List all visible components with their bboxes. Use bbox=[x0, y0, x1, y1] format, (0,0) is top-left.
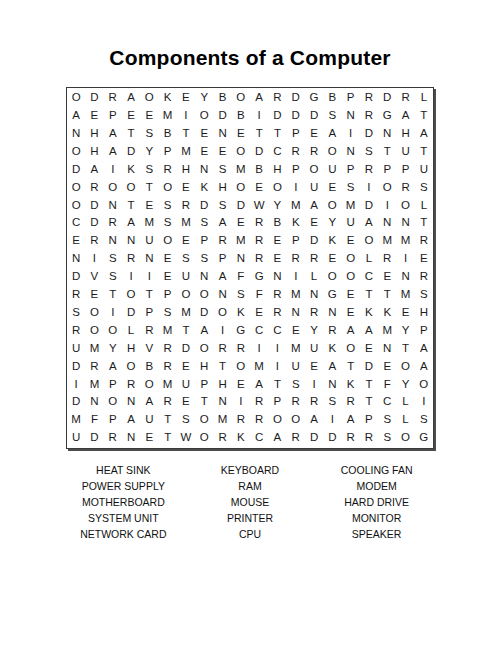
word-search-grid: ODRAOKEYBOARDGBPRDRLAEPEEMIODBIDDDSNRGAT… bbox=[67, 88, 433, 448]
grid-cell-r12-c3: T bbox=[104, 286, 122, 304]
grid-cell-r9-c5: U bbox=[140, 232, 158, 250]
grid-cell-r14-c8: A bbox=[195, 322, 213, 340]
grid-cell-r16-c4: O bbox=[122, 357, 140, 375]
grid-cell-r17-c5: O bbox=[140, 375, 158, 393]
grid-cell-r1-c16: P bbox=[341, 89, 359, 107]
grid-cell-r17-c10: E bbox=[232, 375, 250, 393]
grid-cell-r19-c15: I bbox=[323, 411, 341, 429]
grid-cell-r10-c5: N bbox=[140, 250, 158, 268]
grid-cell-r20-c6: T bbox=[158, 429, 176, 447]
grid-cell-r14-c5: R bbox=[140, 322, 158, 340]
grid-cell-r9-c20: R bbox=[415, 232, 433, 250]
grid-cell-r7-c9: S bbox=[213, 196, 231, 214]
grid-cell-r8-c5: M bbox=[140, 214, 158, 232]
grid-cell-r19-c14: A bbox=[305, 411, 323, 429]
grid-cell-r15-c7: D bbox=[177, 340, 195, 358]
grid-cell-r3-c13: P bbox=[287, 125, 305, 143]
grid-cell-r1-c3: R bbox=[104, 89, 122, 107]
grid-cell-r17-c11: A bbox=[250, 375, 268, 393]
grid-cell-r1-c1: O bbox=[67, 89, 85, 107]
grid-cell-r10-c8: S bbox=[195, 250, 213, 268]
grid-cell-r8-c3: R bbox=[104, 214, 122, 232]
grid-cell-r5-c20: U bbox=[415, 161, 433, 179]
grid-cell-r19-c19: L bbox=[396, 411, 414, 429]
grid-cell-r13-c10: K bbox=[232, 304, 250, 322]
grid-cell-r7-c8: D bbox=[195, 196, 213, 214]
grid-cell-r6-c18: O bbox=[378, 178, 396, 196]
grid-cell-r8-c11: R bbox=[250, 214, 268, 232]
grid-cell-r5-c15: U bbox=[323, 161, 341, 179]
grid-cell-r12-c1: R bbox=[67, 286, 85, 304]
grid-cell-r17-c8: P bbox=[195, 375, 213, 393]
word-item: SYSTEM UNIT bbox=[60, 510, 187, 526]
grid-cell-r16-c14: E bbox=[305, 357, 323, 375]
grid-cell-r20-c10: K bbox=[232, 429, 250, 447]
grid-cell-r12-c7: O bbox=[177, 286, 195, 304]
grid-cell-r16-c19: O bbox=[396, 357, 414, 375]
grid-cell-r10-c7: S bbox=[177, 250, 195, 268]
grid-cell-r8-c7: M bbox=[177, 214, 195, 232]
grid-cell-r13-c4: D bbox=[122, 304, 140, 322]
grid-cell-r6-c8: K bbox=[195, 178, 213, 196]
grid-cell-r7-c18: I bbox=[378, 196, 396, 214]
grid-cell-r3-c20: A bbox=[415, 125, 433, 143]
puzzle-title: Components of a Computer bbox=[0, 0, 500, 70]
grid-cell-r20-c15: D bbox=[323, 429, 341, 447]
grid-cell-r5-c18: P bbox=[378, 161, 396, 179]
grid-cell-r2-c15: S bbox=[323, 107, 341, 125]
grid-cell-r8-c12: B bbox=[268, 214, 286, 232]
grid-cell-r8-c19: N bbox=[396, 214, 414, 232]
grid-cell-r2-c10: B bbox=[232, 107, 250, 125]
word-item: SPEAKER bbox=[313, 526, 440, 542]
grid-cell-r7-c20: L bbox=[415, 196, 433, 214]
grid-cell-r12-c9: N bbox=[213, 286, 231, 304]
grid-cell-r18-c1: D bbox=[67, 393, 85, 411]
grid-cell-r11-c5: I bbox=[140, 268, 158, 286]
grid-cell-r18-c9: N bbox=[213, 393, 231, 411]
grid-cell-r2-c12: D bbox=[268, 107, 286, 125]
grid-cell-r17-c18: F bbox=[378, 375, 396, 393]
grid-cell-r1-c20: L bbox=[415, 89, 433, 107]
grid-cell-r7-c3: N bbox=[104, 196, 122, 214]
word-item: NETWORK CARD bbox=[60, 526, 187, 542]
grid-cell-r3-c5: S bbox=[140, 125, 158, 143]
grid-cell-r10-c15: E bbox=[323, 250, 341, 268]
grid-cell-r13-c7: M bbox=[177, 304, 195, 322]
grid-cell-r10-c13: R bbox=[287, 250, 305, 268]
grid-cell-r9-c11: R bbox=[250, 232, 268, 250]
grid-cell-r14-c13: E bbox=[287, 322, 305, 340]
grid-cell-r10-c9: P bbox=[213, 250, 231, 268]
grid-cell-r3-c8: E bbox=[195, 125, 213, 143]
grid-cell-r15-c2: M bbox=[85, 340, 103, 358]
grid-cell-r7-c15: O bbox=[323, 196, 341, 214]
grid-cell-r9-c1: E bbox=[67, 232, 85, 250]
grid-cell-r2-c3: P bbox=[104, 107, 122, 125]
grid-cell-r15-c10: R bbox=[232, 340, 250, 358]
grid-cell-r13-c18: K bbox=[378, 304, 396, 322]
grid-cell-r3-c11: T bbox=[250, 125, 268, 143]
grid-cell-r11-c11: G bbox=[250, 268, 268, 286]
grid-cell-r6-c11: E bbox=[250, 178, 268, 196]
grid-cell-r12-c13: M bbox=[287, 286, 305, 304]
grid-cell-r14-c2: O bbox=[85, 322, 103, 340]
word-item: MONITOR bbox=[313, 510, 440, 526]
grid-cell-r5-c8: N bbox=[195, 161, 213, 179]
grid-cell-r4-c15: O bbox=[323, 143, 341, 161]
grid-cell-r7-c7: R bbox=[177, 196, 195, 214]
grid-cell-r7-c12: Y bbox=[268, 196, 286, 214]
grid-cell-r13-c6: S bbox=[158, 304, 176, 322]
grid-cell-r2-c6: M bbox=[158, 107, 176, 125]
grid-cell-r1-c5: O bbox=[140, 89, 158, 107]
grid-cell-r14-c10: G bbox=[232, 322, 250, 340]
grid-cell-r7-c5: E bbox=[140, 196, 158, 214]
grid-cell-r19-c6: T bbox=[158, 411, 176, 429]
grid-cell-r4-c9: E bbox=[213, 143, 231, 161]
grid-cell-r5-c13: P bbox=[287, 161, 305, 179]
grid-cell-r14-c11: C bbox=[250, 322, 268, 340]
grid-cell-r14-c3: O bbox=[104, 322, 122, 340]
grid-cell-r6-c4: O bbox=[122, 178, 140, 196]
word-item: POWER SUPPLY bbox=[60, 478, 187, 494]
grid-cell-r9-c13: P bbox=[287, 232, 305, 250]
grid-cell-r14-c17: A bbox=[360, 322, 378, 340]
grid-cell-r16-c2: R bbox=[85, 357, 103, 375]
grid-cell-r16-c11: M bbox=[250, 357, 268, 375]
grid-cell-r13-c16: E bbox=[341, 304, 359, 322]
word-item: HARD DRIVE bbox=[313, 494, 440, 510]
grid-cell-r17-c14: I bbox=[305, 375, 323, 393]
grid-cell-r10-c18: R bbox=[378, 250, 396, 268]
grid-cell-r16-c6: R bbox=[158, 357, 176, 375]
grid-cell-r18-c13: R bbox=[287, 393, 305, 411]
grid-cell-r6-c7: E bbox=[177, 178, 195, 196]
grid-cell-r3-c19: H bbox=[396, 125, 414, 143]
grid-cell-r18-c14: R bbox=[305, 393, 323, 411]
grid-cell-r20-c5: E bbox=[140, 429, 158, 447]
grid-cell-r11-c19: N bbox=[396, 268, 414, 286]
grid-cell-r4-c4: D bbox=[122, 143, 140, 161]
grid-cell-r6-c19: R bbox=[396, 178, 414, 196]
grid-cell-r3-c2: H bbox=[85, 125, 103, 143]
grid-cell-r15-c3: Y bbox=[104, 340, 122, 358]
grid-cell-r3-c16: I bbox=[341, 125, 359, 143]
grid-cell-r10-c1: N bbox=[67, 250, 85, 268]
grid-cell-r13-c3: I bbox=[104, 304, 122, 322]
grid-cell-r19-c17: P bbox=[360, 411, 378, 429]
grid-cell-r18-c18: C bbox=[378, 393, 396, 411]
grid-cell-r12-c18: T bbox=[378, 286, 396, 304]
grid-cell-r17-c16: K bbox=[341, 375, 359, 393]
grid-cell-r13-c15: N bbox=[323, 304, 341, 322]
grid-cell-r11-c12: N bbox=[268, 268, 286, 286]
grid-cell-r6-c14: U bbox=[305, 178, 323, 196]
grid-cell-r19-c4: A bbox=[122, 411, 140, 429]
grid-cell-r19-c13: O bbox=[287, 411, 305, 429]
grid-cell-r2-c20: T bbox=[415, 107, 433, 125]
grid-cell-r3-c3: A bbox=[104, 125, 122, 143]
grid-cell-r10-c11: R bbox=[250, 250, 268, 268]
grid-cell-r12-c19: M bbox=[396, 286, 414, 304]
grid-cell-r15-c14: U bbox=[305, 340, 323, 358]
grid-cell-r7-c16: M bbox=[341, 196, 359, 214]
word-item: MODEM bbox=[313, 478, 440, 494]
grid-cell-r5-c19: P bbox=[396, 161, 414, 179]
grid-cell-r1-c6: K bbox=[158, 89, 176, 107]
grid-cell-r19-c7: S bbox=[177, 411, 195, 429]
grid-cell-r4-c10: O bbox=[232, 143, 250, 161]
grid-cell-r7-c2: D bbox=[85, 196, 103, 214]
grid-cell-r1-c7: E bbox=[177, 89, 195, 107]
grid-cell-r4-c19: U bbox=[396, 143, 414, 161]
grid-cell-r8-c6: S bbox=[158, 214, 176, 232]
grid-cell-r14-c19: Y bbox=[396, 322, 414, 340]
grid-cell-r6-c15: E bbox=[323, 178, 341, 196]
grid-cell-r15-c19: T bbox=[396, 340, 414, 358]
grid-cell-r3-c18: N bbox=[378, 125, 396, 143]
grid-cell-r6-c20: S bbox=[415, 178, 433, 196]
grid-cell-r2-c8: O bbox=[195, 107, 213, 125]
grid-cell-r16-c16: T bbox=[341, 357, 359, 375]
grid-cell-r14-c9: I bbox=[213, 322, 231, 340]
word-item: COOLING FAN bbox=[313, 462, 440, 478]
grid-cell-r20-c16: R bbox=[341, 429, 359, 447]
grid-cell-r3-c9: N bbox=[213, 125, 231, 143]
grid-cell-r3-c12: T bbox=[268, 125, 286, 143]
grid-cell-r17-c15: N bbox=[323, 375, 341, 393]
grid-cell-r1-c11: A bbox=[250, 89, 268, 107]
grid-cell-r17-c1: I bbox=[67, 375, 85, 393]
grid-cell-r8-c18: N bbox=[378, 214, 396, 232]
grid-cell-r15-c15: K bbox=[323, 340, 341, 358]
grid-cell-r8-c16: U bbox=[341, 214, 359, 232]
grid-cell-r15-c6: R bbox=[158, 340, 176, 358]
grid-cell-r15-c16: O bbox=[341, 340, 359, 358]
grid-cell-r9-c18: M bbox=[378, 232, 396, 250]
grid-cell-r20-c12: A bbox=[268, 429, 286, 447]
word-item: CPU bbox=[187, 526, 314, 542]
grid-cell-r18-c11: R bbox=[250, 393, 268, 411]
word-search-board: ODRAOKEYBOARDGBPRDRLAEPEEMIODBIDDDSNRGAT… bbox=[66, 87, 434, 449]
grid-cell-r1-c12: R bbox=[268, 89, 286, 107]
grid-cell-r2-c13: D bbox=[287, 107, 305, 125]
grid-cell-r11-c3: S bbox=[104, 268, 122, 286]
grid-cell-r2-c1: A bbox=[67, 107, 85, 125]
grid-cell-r13-c19: E bbox=[396, 304, 414, 322]
grid-cell-r20-c2: D bbox=[85, 429, 103, 447]
grid-cell-r15-c9: R bbox=[213, 340, 231, 358]
grid-cell-r15-c8: O bbox=[195, 340, 213, 358]
grid-cell-r3-c17: D bbox=[360, 125, 378, 143]
grid-cell-r15-c1: U bbox=[67, 340, 85, 358]
grid-cell-r11-c20: R bbox=[415, 268, 433, 286]
grid-cell-r18-c16: R bbox=[341, 393, 359, 411]
grid-cell-r3-c15: A bbox=[323, 125, 341, 143]
grid-cell-r11-c15: O bbox=[323, 268, 341, 286]
grid-cell-r18-c17: T bbox=[360, 393, 378, 411]
grid-cell-r18-c4: N bbox=[122, 393, 140, 411]
grid-cell-r2-c16: N bbox=[341, 107, 359, 125]
grid-cell-r1-c9: B bbox=[213, 89, 231, 107]
grid-cell-r4-c2: H bbox=[85, 143, 103, 161]
grid-cell-r8-c20: T bbox=[415, 214, 433, 232]
grid-cell-r16-c9: T bbox=[213, 357, 231, 375]
grid-cell-r12-c8: O bbox=[195, 286, 213, 304]
grid-cell-r18-c5: A bbox=[140, 393, 158, 411]
grid-cell-r17-c6: M bbox=[158, 375, 176, 393]
grid-cell-r20-c8: O bbox=[195, 429, 213, 447]
grid-cell-r7-c10: D bbox=[232, 196, 250, 214]
grid-cell-r9-c9: R bbox=[213, 232, 231, 250]
grid-cell-r17-c20: O bbox=[415, 375, 433, 393]
grid-cell-r3-c14: E bbox=[305, 125, 323, 143]
word-item: HEAT SINK bbox=[60, 462, 187, 478]
grid-cell-r12-c5: T bbox=[140, 286, 158, 304]
grid-cell-r6-c17: I bbox=[360, 178, 378, 196]
grid-cell-r9-c6: O bbox=[158, 232, 176, 250]
grid-cell-r8-c1: C bbox=[67, 214, 85, 232]
grid-cell-r18-c7: E bbox=[177, 393, 195, 411]
grid-cell-r19-c8: O bbox=[195, 411, 213, 429]
grid-cell-r5-c10: M bbox=[232, 161, 250, 179]
grid-cell-r4-c16: N bbox=[341, 143, 359, 161]
grid-cell-r18-c3: O bbox=[104, 393, 122, 411]
grid-cell-r4-c13: R bbox=[287, 143, 305, 161]
grid-cell-r2-c17: R bbox=[360, 107, 378, 125]
grid-cell-r10-c12: E bbox=[268, 250, 286, 268]
grid-cell-r12-c10: S bbox=[232, 286, 250, 304]
grid-cell-r2-c19: A bbox=[396, 107, 414, 125]
grid-cell-r8-c17: A bbox=[360, 214, 378, 232]
grid-cell-r10-c2: I bbox=[85, 250, 103, 268]
grid-cell-r18-c10: I bbox=[232, 393, 250, 411]
grid-cell-r1-c14: G bbox=[305, 89, 323, 107]
grid-cell-r9-c14: D bbox=[305, 232, 323, 250]
grid-cell-r20-c11: C bbox=[250, 429, 268, 447]
word-item: KEYBOARD bbox=[187, 462, 314, 478]
grid-cell-r5-c2: A bbox=[85, 161, 103, 179]
worksheet-page: Components of a Computer ODRAOKEYBOARDGB… bbox=[0, 0, 500, 647]
grid-cell-r6-c2: R bbox=[85, 178, 103, 196]
grid-cell-r16-c10: O bbox=[232, 357, 250, 375]
grid-cell-r1-c2: D bbox=[85, 89, 103, 107]
grid-cell-r18-c2: N bbox=[85, 393, 103, 411]
grid-cell-r2-c5: E bbox=[140, 107, 158, 125]
grid-cell-r11-c7: U bbox=[177, 268, 195, 286]
word-item: MOUSE bbox=[187, 494, 314, 510]
grid-cell-r6-c6: O bbox=[158, 178, 176, 196]
grid-cell-r14-c16: A bbox=[341, 322, 359, 340]
grid-cell-r13-c11: E bbox=[250, 304, 268, 322]
grid-cell-r19-c12: O bbox=[268, 411, 286, 429]
grid-cell-r19-c16: A bbox=[341, 411, 359, 429]
grid-cell-r16-c3: A bbox=[104, 357, 122, 375]
grid-cell-r5-c5: S bbox=[140, 161, 158, 179]
grid-cell-r18-c20: I bbox=[415, 393, 433, 411]
grid-cell-r6-c10: O bbox=[232, 178, 250, 196]
grid-cell-r5-c12: H bbox=[268, 161, 286, 179]
grid-cell-r5-c1: D bbox=[67, 161, 85, 179]
grid-cell-r20-c18: S bbox=[378, 429, 396, 447]
grid-cell-r9-c19: M bbox=[396, 232, 414, 250]
grid-cell-r6-c5: T bbox=[140, 178, 158, 196]
grid-cell-r4-c1: O bbox=[67, 143, 85, 161]
grid-cell-r17-c2: M bbox=[85, 375, 103, 393]
grid-cell-r14-c7: T bbox=[177, 322, 195, 340]
grid-cell-r15-c13: M bbox=[287, 340, 305, 358]
grid-cell-r9-c17: O bbox=[360, 232, 378, 250]
grid-cell-r10-c16: O bbox=[341, 250, 359, 268]
grid-cell-r2-c14: D bbox=[305, 107, 323, 125]
grid-cell-r13-c17: K bbox=[360, 304, 378, 322]
grid-cell-r19-c18: S bbox=[378, 411, 396, 429]
word-list-column-1: HEAT SINKPOWER SUPPLYMOTHERBOARDSYSTEM U… bbox=[60, 462, 187, 542]
grid-cell-r18-c19: L bbox=[396, 393, 414, 411]
grid-cell-r17-c19: Y bbox=[396, 375, 414, 393]
word-list-column-3: COOLING FANMODEMHARD DRIVEMONITORSPEAKER bbox=[313, 462, 440, 542]
grid-cell-r8-c9: A bbox=[213, 214, 231, 232]
word-item: MOTHERBOARD bbox=[60, 494, 187, 510]
word-list-column-2: KEYBOARDRAMMOUSEPRINTERCPU bbox=[187, 462, 314, 542]
grid-cell-r12-c15: G bbox=[323, 286, 341, 304]
grid-cell-r14-c4: L bbox=[122, 322, 140, 340]
grid-cell-r1-c13: D bbox=[287, 89, 305, 107]
word-item: PRINTER bbox=[187, 510, 314, 526]
grid-cell-r11-c17: C bbox=[360, 268, 378, 286]
grid-cell-r10-c19: I bbox=[396, 250, 414, 268]
grid-cell-r6-c16: S bbox=[341, 178, 359, 196]
grid-cell-r7-c19: O bbox=[396, 196, 414, 214]
grid-cell-r10-c10: N bbox=[232, 250, 250, 268]
grid-cell-r4-c17: S bbox=[360, 143, 378, 161]
grid-cell-r3-c6: B bbox=[158, 125, 176, 143]
grid-cell-r8-c8: S bbox=[195, 214, 213, 232]
grid-cell-r19-c5: U bbox=[140, 411, 158, 429]
grid-cell-r15-c17: E bbox=[360, 340, 378, 358]
grid-cell-r5-c3: I bbox=[104, 161, 122, 179]
grid-cell-r3-c4: T bbox=[122, 125, 140, 143]
grid-cell-r1-c15: B bbox=[323, 89, 341, 107]
grid-cell-r13-c8: D bbox=[195, 304, 213, 322]
grid-cell-r4-c7: M bbox=[177, 143, 195, 161]
grid-cell-r4-c18: T bbox=[378, 143, 396, 161]
grid-cell-r7-c14: A bbox=[305, 196, 323, 214]
grid-cell-r16-c18: E bbox=[378, 357, 396, 375]
grid-cell-r19-c2: F bbox=[85, 411, 103, 429]
grid-cell-r3-c1: N bbox=[67, 125, 85, 143]
grid-cell-r2-c7: I bbox=[177, 107, 195, 125]
grid-cell-r20-c19: O bbox=[396, 429, 414, 447]
grid-cell-r13-c9: O bbox=[213, 304, 231, 322]
grid-cell-r10-c6: E bbox=[158, 250, 176, 268]
grid-cell-r10-c4: R bbox=[122, 250, 140, 268]
grid-cell-r12-c11: F bbox=[250, 286, 268, 304]
grid-cell-r2-c11: I bbox=[250, 107, 268, 125]
grid-cell-r17-c12: T bbox=[268, 375, 286, 393]
grid-cell-r11-c18: E bbox=[378, 268, 396, 286]
grid-cell-r20-c20: G bbox=[415, 429, 433, 447]
grid-cell-r7-c17: D bbox=[360, 196, 378, 214]
grid-cell-r8-c4: A bbox=[122, 214, 140, 232]
grid-cell-r1-c4: A bbox=[122, 89, 140, 107]
grid-cell-r14-c20: P bbox=[415, 322, 433, 340]
grid-cell-r12-c6: P bbox=[158, 286, 176, 304]
grid-cell-r2-c9: D bbox=[213, 107, 231, 125]
grid-cell-r11-c10: F bbox=[232, 268, 250, 286]
grid-cell-r17-c4: R bbox=[122, 375, 140, 393]
